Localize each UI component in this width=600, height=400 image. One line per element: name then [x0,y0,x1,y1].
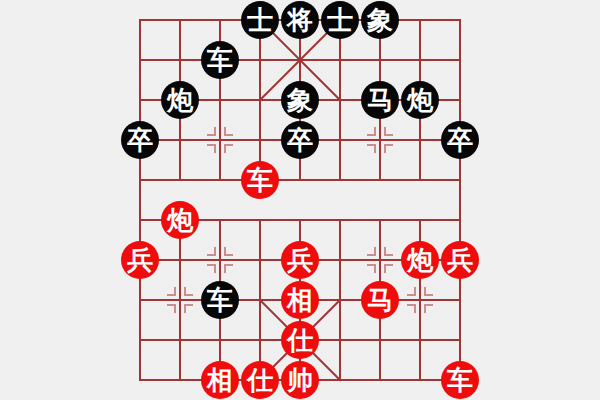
piece-red-elephant[interactable]: 相 [281,281,319,319]
piece-black-pawn[interactable]: 卒 [441,121,479,159]
piece-red-elephant[interactable]: 相 [201,361,239,399]
piece-black-chariot[interactable]: 车 [201,41,239,79]
piece-red-cannon[interactable]: 炮 [161,201,199,239]
xiangqi-board[interactable]: 士将士象车炮象马炮卒卒卒车炮兵兵炮兵车相马仕相仕帅车 [120,0,480,400]
piece-red-pawn[interactable]: 兵 [441,241,479,279]
piece-black-horse[interactable]: 马 [361,81,399,119]
piece-black-cannon[interactable]: 炮 [161,81,199,119]
piece-black-pawn[interactable]: 卒 [121,121,159,159]
piece-red-general[interactable]: 帅 [281,361,319,399]
piece-red-pawn[interactable]: 兵 [121,241,159,279]
piece-red-pawn[interactable]: 兵 [281,241,319,279]
piece-black-elephant[interactable]: 象 [361,1,399,39]
piece-black-chariot[interactable]: 车 [201,281,239,319]
piece-black-pawn[interactable]: 卒 [281,121,319,159]
piece-black-elephant[interactable]: 象 [281,81,319,119]
xiangqi-app: 士将士象车炮象马炮卒卒卒车炮兵兵炮兵车相马仕相仕帅车 [0,0,600,400]
piece-red-chariot[interactable]: 车 [441,361,479,399]
piece-red-chariot[interactable]: 车 [241,161,279,199]
piece-black-cannon[interactable]: 炮 [401,81,439,119]
piece-black-general[interactable]: 将 [281,1,319,39]
piece-red-cannon[interactable]: 炮 [401,241,439,279]
board-pieces: 士将士象车炮象马炮卒卒卒车炮兵兵炮兵车相马仕相仕帅车 [120,0,480,400]
piece-black-advisor[interactable]: 士 [241,1,279,39]
piece-red-advisor[interactable]: 仕 [281,321,319,359]
piece-red-advisor[interactable]: 仕 [241,361,279,399]
piece-red-horse[interactable]: 马 [361,281,399,319]
piece-black-advisor[interactable]: 士 [321,1,359,39]
